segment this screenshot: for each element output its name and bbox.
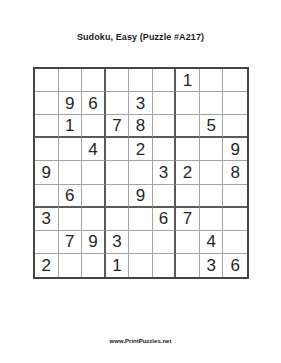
sudoku-print-page: Sudoku, Easy (Puzzle #A217) 196317854299… bbox=[0, 0, 281, 363]
sudoku-cell-r5c8[interactable] bbox=[200, 161, 224, 184]
sudoku-cell-r4c9[interactable]: 9 bbox=[223, 138, 247, 161]
sudoku-cell-r4c6[interactable] bbox=[153, 138, 177, 161]
sudoku-cell-r7c7[interactable]: 7 bbox=[176, 208, 200, 231]
sudoku-cell-r4c2[interactable] bbox=[59, 138, 83, 161]
sudoku-cell-r4c5[interactable]: 2 bbox=[129, 138, 153, 161]
sudoku-cell-r5c3[interactable] bbox=[82, 161, 106, 184]
sudoku-cell-r1c9[interactable] bbox=[223, 69, 247, 92]
sudoku-cell-r9c7[interactable] bbox=[176, 254, 200, 277]
sudoku-cell-r7c5[interactable] bbox=[129, 208, 153, 231]
sudoku-cell-r3c9[interactable] bbox=[223, 115, 247, 138]
sudoku-cell-r3c3[interactable] bbox=[82, 115, 106, 138]
sudoku-cell-r8c8[interactable]: 4 bbox=[200, 231, 224, 254]
sudoku-cell-r1c3[interactable] bbox=[82, 69, 106, 92]
sudoku-cell-r9c2[interactable] bbox=[59, 254, 83, 277]
sudoku-cell-r3c8[interactable]: 5 bbox=[200, 115, 224, 138]
sudoku-cell-r6c9[interactable] bbox=[223, 185, 247, 208]
sudoku-cell-r7c9[interactable] bbox=[223, 208, 247, 231]
sudoku-cell-r2c6[interactable] bbox=[153, 92, 177, 115]
sudoku-cell-r2c8[interactable] bbox=[200, 92, 224, 115]
sudoku-cell-r9c1[interactable]: 2 bbox=[35, 254, 59, 277]
sudoku-cell-r3c7[interactable] bbox=[176, 115, 200, 138]
sudoku-cell-r2c1[interactable] bbox=[35, 92, 59, 115]
sudoku-cell-r3c1[interactable] bbox=[35, 115, 59, 138]
sudoku-cell-r9c9[interactable]: 6 bbox=[223, 254, 247, 277]
sudoku-cell-r5c6[interactable]: 3 bbox=[153, 161, 177, 184]
sudoku-cell-r9c4[interactable]: 1 bbox=[106, 254, 130, 277]
sudoku-cell-r1c6[interactable] bbox=[153, 69, 177, 92]
sudoku-cell-r2c4[interactable] bbox=[106, 92, 130, 115]
sudoku-cell-r5c4[interactable] bbox=[106, 161, 130, 184]
sudoku-cell-r4c1[interactable] bbox=[35, 138, 59, 161]
sudoku-cell-r2c7[interactable] bbox=[176, 92, 200, 115]
sudoku-cell-r3c6[interactable] bbox=[153, 115, 177, 138]
sudoku-cell-r4c4[interactable] bbox=[106, 138, 130, 161]
sudoku-cell-r8c9[interactable] bbox=[223, 231, 247, 254]
sudoku-cell-r1c1[interactable] bbox=[35, 69, 59, 92]
sudoku-cell-r5c5[interactable] bbox=[129, 161, 153, 184]
sudoku-cell-r3c5[interactable]: 8 bbox=[129, 115, 153, 138]
sudoku-cell-r5c1[interactable]: 9 bbox=[35, 161, 59, 184]
sudoku-cell-r4c8[interactable] bbox=[200, 138, 224, 161]
sudoku-cell-r1c5[interactable] bbox=[129, 69, 153, 92]
sudoku-cell-r2c9[interactable] bbox=[223, 92, 247, 115]
sudoku-cell-r5c9[interactable]: 8 bbox=[223, 161, 247, 184]
sudoku-board: 1963178542993286936779342136 bbox=[33, 67, 249, 279]
sudoku-cell-r8c1[interactable] bbox=[35, 231, 59, 254]
sudoku-cell-r7c2[interactable] bbox=[59, 208, 83, 231]
sudoku-cell-r3c4[interactable]: 7 bbox=[106, 115, 130, 138]
sudoku-cell-r8c7[interactable] bbox=[176, 231, 200, 254]
sudoku-cell-r4c3[interactable]: 4 bbox=[82, 138, 106, 161]
sudoku-cell-r3c2[interactable]: 1 bbox=[59, 115, 83, 138]
sudoku-cell-r6c6[interactable] bbox=[153, 185, 177, 208]
sudoku-cell-r7c4[interactable] bbox=[106, 208, 130, 231]
sudoku-cell-r7c3[interactable] bbox=[82, 208, 106, 231]
sudoku-cell-r6c3[interactable] bbox=[82, 185, 106, 208]
sudoku-cell-r7c8[interactable] bbox=[200, 208, 224, 231]
sudoku-cell-r2c3[interactable]: 6 bbox=[82, 92, 106, 115]
sudoku-cell-r1c2[interactable] bbox=[59, 69, 83, 92]
sudoku-cell-r9c6[interactable] bbox=[153, 254, 177, 277]
sudoku-cell-r6c2[interactable]: 6 bbox=[59, 185, 83, 208]
sudoku-cell-r4c7[interactable] bbox=[176, 138, 200, 161]
sudoku-cell-r8c3[interactable]: 9 bbox=[82, 231, 106, 254]
page-title: Sudoku, Easy (Puzzle #A217) bbox=[0, 32, 281, 42]
sudoku-cell-r6c4[interactable] bbox=[106, 185, 130, 208]
sudoku-cell-r9c5[interactable] bbox=[129, 254, 153, 277]
sudoku-cell-r8c2[interactable]: 7 bbox=[59, 231, 83, 254]
footer-url: www.PrintPuzzles.net bbox=[0, 338, 281, 344]
sudoku-cell-r5c7[interactable]: 2 bbox=[176, 161, 200, 184]
sudoku-cell-r6c7[interactable] bbox=[176, 185, 200, 208]
sudoku-cell-r6c1[interactable] bbox=[35, 185, 59, 208]
sudoku-cell-r7c6[interactable]: 6 bbox=[153, 208, 177, 231]
sudoku-cell-r6c5[interactable]: 9 bbox=[129, 185, 153, 208]
sudoku-cell-r6c8[interactable] bbox=[200, 185, 224, 208]
sudoku-cell-r8c5[interactable] bbox=[129, 231, 153, 254]
sudoku-cell-r9c8[interactable]: 3 bbox=[200, 254, 224, 277]
sudoku-cell-r1c8[interactable] bbox=[200, 69, 224, 92]
sudoku-cell-r2c5[interactable]: 3 bbox=[129, 92, 153, 115]
sudoku-cell-r1c7[interactable]: 1 bbox=[176, 69, 200, 92]
sudoku-cell-r8c6[interactable] bbox=[153, 231, 177, 254]
sudoku-cell-r8c4[interactable]: 3 bbox=[106, 231, 130, 254]
sudoku-cell-r1c4[interactable] bbox=[106, 69, 130, 92]
sudoku-cell-r9c3[interactable] bbox=[82, 254, 106, 277]
sudoku-cell-r2c2[interactable]: 9 bbox=[59, 92, 83, 115]
sudoku-cell-r5c2[interactable] bbox=[59, 161, 83, 184]
sudoku-cell-r7c1[interactable]: 3 bbox=[35, 208, 59, 231]
